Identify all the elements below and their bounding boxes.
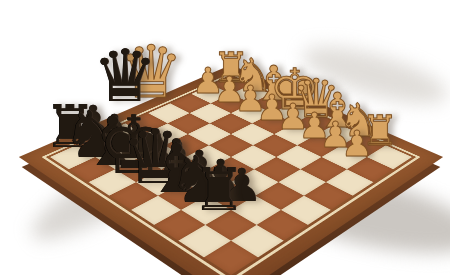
chess-set-photo: ♜♞♝♛♚♝♞♜♟♟♟♟♟♟♟♟♟♟♟♟♟♟♟♟♜♞♝♛♚♝♞♜♛♛ <box>0 0 450 275</box>
white-pawn-a2[interactable]: ♟ <box>341 125 373 161</box>
black-rook-a8[interactable]: ♜ <box>192 161 245 220</box>
